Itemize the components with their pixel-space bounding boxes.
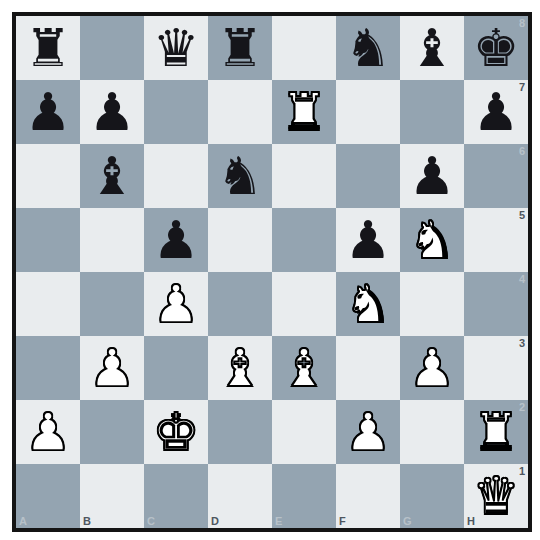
square-c2[interactable]: ♚ [144, 400, 208, 464]
piece-black-rook[interactable]: ♜ [217, 16, 264, 80]
piece-white-rook[interactable]: ♜ [281, 80, 328, 144]
screenshot-canvas: ♜♛♜♞♝♚8♟♟♜♟7♝♞♟6♟♟♞5♟♞4♟♝♝♟3♟♚♟♜2ABCDEFG… [0, 0, 540, 540]
square-d8[interactable]: ♜ [208, 16, 272, 80]
square-c5[interactable]: ♟ [144, 208, 208, 272]
square-a1[interactable]: A [16, 464, 80, 528]
square-g5[interactable]: ♞ [400, 208, 464, 272]
piece-white-pawn[interactable]: ♟ [25, 400, 72, 464]
square-b7[interactable]: ♟ [80, 80, 144, 144]
square-e6[interactable] [272, 144, 336, 208]
square-a5[interactable] [16, 208, 80, 272]
piece-black-king[interactable]: ♚ [473, 16, 520, 80]
square-a8[interactable]: ♜ [16, 16, 80, 80]
piece-white-bishop[interactable]: ♝ [217, 336, 264, 400]
square-h3[interactable]: 3 [464, 336, 528, 400]
square-f2[interactable]: ♟ [336, 400, 400, 464]
square-g6[interactable]: ♟ [400, 144, 464, 208]
square-h7[interactable]: ♟7 [464, 80, 528, 144]
square-e5[interactable] [272, 208, 336, 272]
square-a3[interactable] [16, 336, 80, 400]
rank-label-8: 8 [519, 18, 525, 29]
square-g8[interactable]: ♝ [400, 16, 464, 80]
square-h4[interactable]: 4 [464, 272, 528, 336]
square-f1[interactable]: F [336, 464, 400, 528]
square-c7[interactable] [144, 80, 208, 144]
piece-black-knight[interactable]: ♞ [345, 16, 392, 80]
piece-black-pawn[interactable]: ♟ [25, 80, 72, 144]
square-e3[interactable]: ♝ [272, 336, 336, 400]
rank-label-2: 2 [519, 402, 525, 413]
square-a4[interactable] [16, 272, 80, 336]
square-f4[interactable]: ♞ [336, 272, 400, 336]
square-d1[interactable]: D [208, 464, 272, 528]
piece-black-knight[interactable]: ♞ [217, 144, 264, 208]
square-h6[interactable]: 6 [464, 144, 528, 208]
piece-white-pawn[interactable]: ♟ [345, 400, 392, 464]
square-b8[interactable] [80, 16, 144, 80]
square-e2[interactable] [272, 400, 336, 464]
square-e4[interactable] [272, 272, 336, 336]
square-f3[interactable] [336, 336, 400, 400]
square-b4[interactable] [80, 272, 144, 336]
square-d3[interactable]: ♝ [208, 336, 272, 400]
square-g2[interactable] [400, 400, 464, 464]
file-label-c: C [147, 516, 155, 527]
piece-white-pawn[interactable]: ♟ [409, 336, 456, 400]
file-label-a: A [19, 516, 27, 527]
square-b3[interactable]: ♟ [80, 336, 144, 400]
file-label-d: D [211, 516, 219, 527]
piece-black-bishop[interactable]: ♝ [89, 144, 136, 208]
piece-white-pawn[interactable]: ♟ [89, 336, 136, 400]
square-f5[interactable]: ♟ [336, 208, 400, 272]
piece-black-pawn[interactable]: ♟ [345, 208, 392, 272]
square-g7[interactable] [400, 80, 464, 144]
piece-white-queen[interactable]: ♛ [473, 464, 520, 528]
square-h1[interactable]: ♛1H [464, 464, 528, 528]
piece-white-knight[interactable]: ♞ [345, 272, 392, 336]
square-d2[interactable] [208, 400, 272, 464]
square-c1[interactable]: C [144, 464, 208, 528]
square-c8[interactable]: ♛ [144, 16, 208, 80]
square-f8[interactable]: ♞ [336, 16, 400, 80]
piece-black-pawn[interactable]: ♟ [473, 80, 520, 144]
rank-label-1: 1 [519, 466, 525, 477]
square-g3[interactable]: ♟ [400, 336, 464, 400]
rank-label-4: 4 [519, 274, 525, 285]
square-b5[interactable] [80, 208, 144, 272]
square-d7[interactable] [208, 80, 272, 144]
square-b1[interactable]: B [80, 464, 144, 528]
piece-black-queen[interactable]: ♛ [153, 16, 200, 80]
square-d4[interactable] [208, 272, 272, 336]
piece-white-king[interactable]: ♚ [153, 400, 200, 464]
file-label-g: G [403, 516, 412, 527]
square-e8[interactable] [272, 16, 336, 80]
square-a7[interactable]: ♟ [16, 80, 80, 144]
square-g1[interactable]: G [400, 464, 464, 528]
rank-label-6: 6 [519, 146, 525, 157]
square-d5[interactable] [208, 208, 272, 272]
square-f6[interactable] [336, 144, 400, 208]
piece-black-pawn[interactable]: ♟ [153, 208, 200, 272]
square-h5[interactable]: 5 [464, 208, 528, 272]
file-label-h: H [467, 516, 475, 527]
rank-label-5: 5 [519, 210, 525, 221]
square-c3[interactable] [144, 336, 208, 400]
file-label-b: B [83, 516, 91, 527]
square-b2[interactable] [80, 400, 144, 464]
square-f7[interactable] [336, 80, 400, 144]
piece-black-pawn[interactable]: ♟ [89, 80, 136, 144]
square-b6[interactable]: ♝ [80, 144, 144, 208]
square-c6[interactable] [144, 144, 208, 208]
chessboard: ♜♛♜♞♝♚8♟♟♜♟7♝♞♟6♟♟♞5♟♞4♟♝♝♟3♟♚♟♜2ABCDEFG… [12, 12, 532, 532]
piece-white-rook[interactable]: ♜ [473, 400, 520, 464]
square-c4[interactable]: ♟ [144, 272, 208, 336]
piece-white-bishop[interactable]: ♝ [281, 336, 328, 400]
square-d6[interactable]: ♞ [208, 144, 272, 208]
square-g4[interactable] [400, 272, 464, 336]
piece-black-rook[interactable]: ♜ [25, 16, 72, 80]
rank-label-7: 7 [519, 82, 525, 93]
square-a6[interactable] [16, 144, 80, 208]
piece-white-pawn[interactable]: ♟ [153, 272, 200, 336]
square-e1[interactable]: E [272, 464, 336, 528]
piece-black-pawn[interactable]: ♟ [409, 144, 456, 208]
rank-label-3: 3 [519, 338, 525, 349]
piece-black-bishop[interactable]: ♝ [409, 16, 456, 80]
square-h2[interactable]: ♜2 [464, 400, 528, 464]
square-e7[interactable]: ♜ [272, 80, 336, 144]
square-a2[interactable]: ♟ [16, 400, 80, 464]
file-label-e: E [275, 516, 282, 527]
file-label-f: F [339, 516, 346, 527]
piece-white-knight[interactable]: ♞ [409, 208, 456, 272]
square-h8[interactable]: ♚8 [464, 16, 528, 80]
